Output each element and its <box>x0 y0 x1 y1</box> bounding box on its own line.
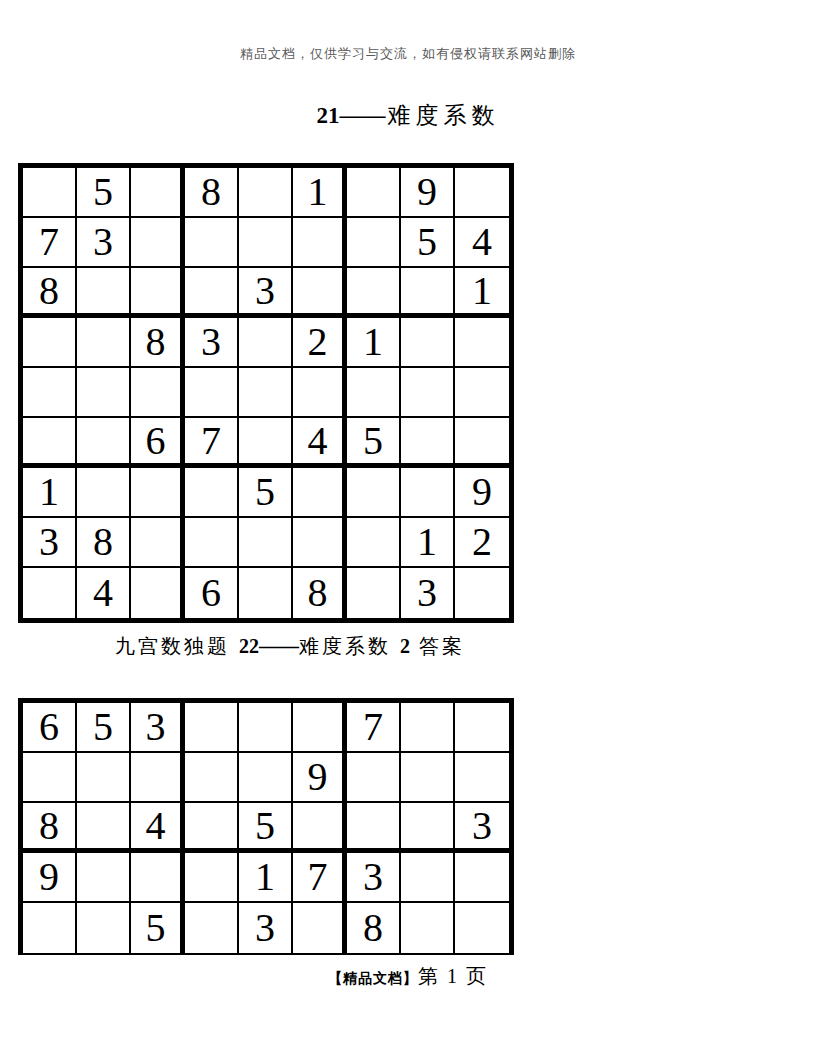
cell-r3c5: 5 <box>239 803 293 853</box>
cell-r3c1: 8 <box>23 268 77 318</box>
cell-r7c6 <box>293 468 347 518</box>
cell-r2c4 <box>185 753 239 803</box>
cell-r2c3 <box>131 753 185 803</box>
cell-r7c8 <box>401 468 455 518</box>
footer-page-number: 第 1 页 <box>418 965 488 987</box>
cell-r3c1: 8 <box>23 803 77 853</box>
cell-r3c9: 1 <box>455 268 509 318</box>
cell-r1c3: 3 <box>131 703 185 753</box>
cell-r4c9 <box>455 318 509 368</box>
cell-r1c7: 7 <box>347 703 401 753</box>
caption-difficulty: 2 <box>400 635 410 657</box>
cell-r3c2 <box>77 803 131 853</box>
cell-r4c6: 2 <box>293 318 347 368</box>
cell-r3c2 <box>77 268 131 318</box>
cell-r1c1: 6 <box>23 703 77 753</box>
cell-r8c7 <box>347 518 401 568</box>
cell-r8c3 <box>131 518 185 568</box>
cell-r4c5 <box>239 318 293 368</box>
cell-r5c6 <box>293 368 347 418</box>
cell-r2c2: 3 <box>77 218 131 268</box>
cell-r3c3 <box>131 268 185 318</box>
cell-r8c5 <box>239 518 293 568</box>
cell-r7c3 <box>131 468 185 518</box>
cell-r9c8: 3 <box>401 568 455 618</box>
cell-r4c9 <box>455 853 509 903</box>
cell-r6c9 <box>455 418 509 468</box>
cell-r9c1 <box>23 568 77 618</box>
cell-r6c1 <box>23 418 77 468</box>
cell-r2c3 <box>131 218 185 268</box>
cell-r6c2 <box>77 418 131 468</box>
cell-r2c1 <box>23 753 77 803</box>
cell-r8c6 <box>293 518 347 568</box>
cell-r4c8 <box>401 853 455 903</box>
cell-r6c4: 7 <box>185 418 239 468</box>
cell-r9c4: 6 <box>185 568 239 618</box>
document-page: 精品文档，仅供学习与交流，如有侵权请联系网站删除 21——难度系数 581973… <box>0 0 816 1056</box>
header-disclaimer: 精品文档，仅供学习与交流，如有侵权请联系网站删除 <box>0 45 816 63</box>
cell-r3c5: 3 <box>239 268 293 318</box>
cell-r7c5: 5 <box>239 468 293 518</box>
cell-r2c9 <box>455 753 509 803</box>
cell-r1c5 <box>239 168 293 218</box>
cell-r1c2: 5 <box>77 703 131 753</box>
cell-r9c9 <box>455 568 509 618</box>
sudoku-grid-22: 6537984539173538 <box>18 698 514 955</box>
cell-r1c9 <box>455 703 509 753</box>
cell-r7c4 <box>185 468 239 518</box>
cell-r5c8 <box>401 368 455 418</box>
cell-r1c8: 9 <box>401 168 455 218</box>
cell-r1c1 <box>23 168 77 218</box>
cell-r7c9: 9 <box>455 468 509 518</box>
cell-r5c5: 3 <box>239 903 293 953</box>
page-footer: 【精品文档】第 1 页 <box>0 963 816 990</box>
cell-r5c9 <box>455 903 509 953</box>
cell-r5c3: 5 <box>131 903 185 953</box>
cell-r3c6 <box>293 268 347 318</box>
cell-r2c8: 5 <box>401 218 455 268</box>
caption-dash: —— <box>259 635 299 657</box>
cell-r4c8 <box>401 318 455 368</box>
cell-r4c1 <box>23 318 77 368</box>
puzzle-22-caption: 九宫数独题22——难度系数2答案 <box>30 633 550 660</box>
cell-r4c7: 1 <box>347 318 401 368</box>
cell-r8c1: 3 <box>23 518 77 568</box>
puzzle-21-title-dash: —— <box>340 103 386 128</box>
cell-r6c6: 4 <box>293 418 347 468</box>
cell-r2c6 <box>293 218 347 268</box>
cell-r4c3 <box>131 853 185 903</box>
puzzle-21-title: 21——难度系数 <box>0 100 816 131</box>
cell-r3c9: 3 <box>455 803 509 853</box>
cell-r2c5 <box>239 218 293 268</box>
cell-r7c7 <box>347 468 401 518</box>
cell-r2c4 <box>185 218 239 268</box>
cell-r9c6: 8 <box>293 568 347 618</box>
cell-r1c5 <box>239 703 293 753</box>
cell-r5c6 <box>293 903 347 953</box>
cell-r2c2 <box>77 753 131 803</box>
cell-r4c2 <box>77 318 131 368</box>
cell-r4c2 <box>77 853 131 903</box>
puzzle-21-number: 21 <box>317 103 340 128</box>
cell-r5c4 <box>185 368 239 418</box>
cell-r3c8 <box>401 268 455 318</box>
cell-r2c9: 4 <box>455 218 509 268</box>
cell-r5c8 <box>401 903 455 953</box>
cell-r1c3 <box>131 168 185 218</box>
cell-r5c4 <box>185 903 239 953</box>
cell-r4c7: 3 <box>347 853 401 903</box>
cell-r3c3: 4 <box>131 803 185 853</box>
cell-r6c7: 5 <box>347 418 401 468</box>
cell-r5c7 <box>347 368 401 418</box>
cell-r7c1: 1 <box>23 468 77 518</box>
cell-r1c4: 8 <box>185 168 239 218</box>
caption-label: 难度系数 <box>299 635 391 657</box>
cell-r2c7 <box>347 218 401 268</box>
cell-r5c3 <box>131 368 185 418</box>
cell-r8c9: 2 <box>455 518 509 568</box>
cell-r5c1 <box>23 903 77 953</box>
cell-r3c4 <box>185 268 239 318</box>
cell-r2c8 <box>401 753 455 803</box>
cell-r3c7 <box>347 268 401 318</box>
cell-r2c5 <box>239 753 293 803</box>
cell-r1c8 <box>401 703 455 753</box>
cell-r3c6 <box>293 803 347 853</box>
cell-r8c4 <box>185 518 239 568</box>
cell-r9c2: 4 <box>77 568 131 618</box>
cell-r7c2 <box>77 468 131 518</box>
cell-r2c7 <box>347 753 401 803</box>
cell-r1c4 <box>185 703 239 753</box>
cell-r1c9 <box>455 168 509 218</box>
cell-r6c3: 6 <box>131 418 185 468</box>
cell-r1c6 <box>293 703 347 753</box>
sudoku-grid-21: 581973548318321674515938124683 <box>18 163 514 623</box>
cell-r5c5 <box>239 368 293 418</box>
cell-r1c6: 1 <box>293 168 347 218</box>
cell-r4c1: 9 <box>23 853 77 903</box>
cell-r2c1: 7 <box>23 218 77 268</box>
cell-r4c4: 3 <box>185 318 239 368</box>
cell-r2c6: 9 <box>293 753 347 803</box>
cell-r9c7 <box>347 568 401 618</box>
cell-r1c2: 5 <box>77 168 131 218</box>
cell-r6c5 <box>239 418 293 468</box>
cell-r8c2: 8 <box>77 518 131 568</box>
cell-r5c2 <box>77 368 131 418</box>
cell-r5c7: 8 <box>347 903 401 953</box>
cell-r1c7 <box>347 168 401 218</box>
cell-r9c5 <box>239 568 293 618</box>
cell-r4c6: 7 <box>293 853 347 903</box>
cell-r9c3 <box>131 568 185 618</box>
cell-r3c8 <box>401 803 455 853</box>
cell-r4c3: 8 <box>131 318 185 368</box>
caption-number: 22 <box>239 635 259 657</box>
cell-r5c1 <box>23 368 77 418</box>
caption-suffix: 答案 <box>419 635 465 657</box>
cell-r4c5: 1 <box>239 853 293 903</box>
footer-brand: 【精品文档】 <box>328 971 418 986</box>
cell-r5c9 <box>455 368 509 418</box>
cell-r5c2 <box>77 903 131 953</box>
cell-r6c8 <box>401 418 455 468</box>
cell-r4c4 <box>185 853 239 903</box>
cell-r3c7 <box>347 803 401 853</box>
puzzle-21-title-label: 难度系数 <box>388 103 500 128</box>
cell-r3c4 <box>185 803 239 853</box>
cell-r8c8: 1 <box>401 518 455 568</box>
caption-prefix: 九宫数独题 <box>115 635 230 657</box>
